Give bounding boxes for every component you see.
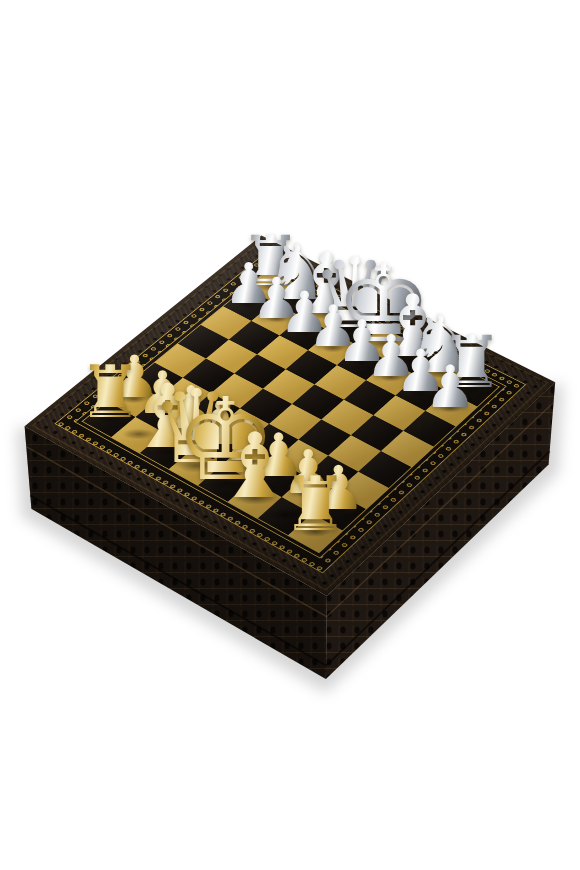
chess-set-photo: ♜♞♝♛♚♝♞♜♟♟♟♟♟♟♟♟♟♟♟♟♟♟♟♟♜♞♝♛♚♝♞♜ <box>0 0 580 870</box>
